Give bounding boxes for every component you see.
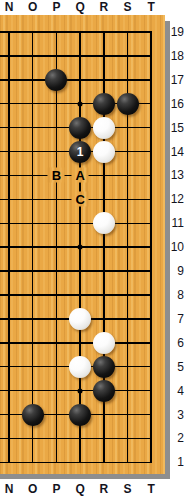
grid-line-horizontal	[0, 223, 152, 225]
column-label-bottom-r: R	[99, 481, 108, 497]
column-label-top-r: R	[99, 0, 108, 15]
row-label-8: 8	[177, 288, 184, 302]
board-shadow-bottom	[0, 474, 170, 479]
row-label-7: 7	[177, 312, 184, 326]
column-label-bottom-s: S	[123, 481, 131, 497]
column-label-bottom-q: Q	[75, 481, 84, 497]
column-label-top-p: P	[52, 0, 60, 15]
stone-white-q5[interactable]	[69, 356, 91, 378]
stone-black-r5[interactable]	[93, 356, 115, 378]
stone-black-p17[interactable]	[45, 69, 67, 91]
stone-black-r16[interactable]	[93, 93, 115, 115]
grid-line-horizontal	[0, 79, 152, 81]
star-point	[78, 245, 83, 250]
column-label-top-o: O	[28, 0, 37, 15]
row-label-3: 3	[177, 408, 184, 422]
grid-line-horizontal	[0, 294, 152, 296]
letter-annotation-c: C	[72, 192, 89, 207]
column-label-top-n: N	[5, 0, 14, 15]
star-point	[78, 101, 83, 106]
column-label-bottom-o: O	[28, 481, 37, 497]
row-label-12: 12	[171, 192, 184, 206]
go-diagram-stage: NOPQRST ABC1 191817161514131211109876543…	[0, 0, 188, 500]
grid-line-horizontal	[0, 31, 152, 33]
row-label-4: 4	[177, 384, 184, 398]
grid-line-horizontal	[0, 438, 152, 440]
row-label-17: 17	[171, 73, 184, 87]
row-label-6: 6	[177, 336, 184, 350]
stone-black-q3[interactable]	[69, 404, 91, 426]
star-point	[78, 388, 83, 393]
row-label-14: 14	[171, 145, 184, 159]
board-shadow-right	[165, 21, 170, 479]
grid-line-horizontal	[0, 270, 152, 272]
grid-line-horizontal	[0, 462, 152, 464]
go-board[interactable]: ABC1	[0, 15, 165, 474]
row-label-1: 1	[177, 455, 184, 469]
grid-line-horizontal	[0, 342, 152, 344]
row-label-9: 9	[177, 264, 184, 278]
letter-annotation-a: A	[72, 168, 89, 183]
row-label-5: 5	[177, 360, 184, 374]
stone-white-r6[interactable]	[93, 332, 115, 354]
letter-annotation-b: B	[48, 168, 65, 183]
stone-black-o3[interactable]	[22, 404, 44, 426]
grid-line-horizontal	[0, 390, 152, 392]
stone-white-r15[interactable]	[93, 117, 115, 139]
column-label-bottom-n: N	[5, 481, 14, 497]
row-label-10: 10	[171, 240, 184, 254]
stone-black-q15[interactable]	[69, 117, 91, 139]
stone-white-r14[interactable]	[93, 141, 115, 163]
row-label-16: 16	[171, 97, 184, 111]
row-label-15: 15	[171, 121, 184, 135]
row-label-2: 2	[177, 431, 184, 445]
column-label-top-s: S	[123, 0, 131, 15]
grid-line-horizontal	[0, 246, 152, 248]
grid-line-horizontal	[0, 55, 152, 57]
stone-black-r4[interactable]	[93, 380, 115, 402]
row-label-13: 13	[171, 168, 184, 182]
row-label-11: 11	[172, 216, 184, 230]
stone-black-s16[interactable]	[117, 93, 139, 115]
stone-black-q14[interactable]: 1	[69, 141, 91, 163]
row-label-18: 18	[171, 49, 184, 63]
column-label-bottom-t: T	[148, 481, 155, 497]
column-label-top-t: T	[148, 0, 155, 15]
row-label-19: 19	[171, 25, 184, 39]
column-label-top-q: Q	[75, 0, 84, 15]
move-number-label: 1	[77, 146, 84, 158]
stone-white-r11[interactable]	[93, 212, 115, 234]
column-label-bottom-p: P	[52, 481, 60, 497]
stone-white-q7[interactable]	[69, 308, 91, 330]
